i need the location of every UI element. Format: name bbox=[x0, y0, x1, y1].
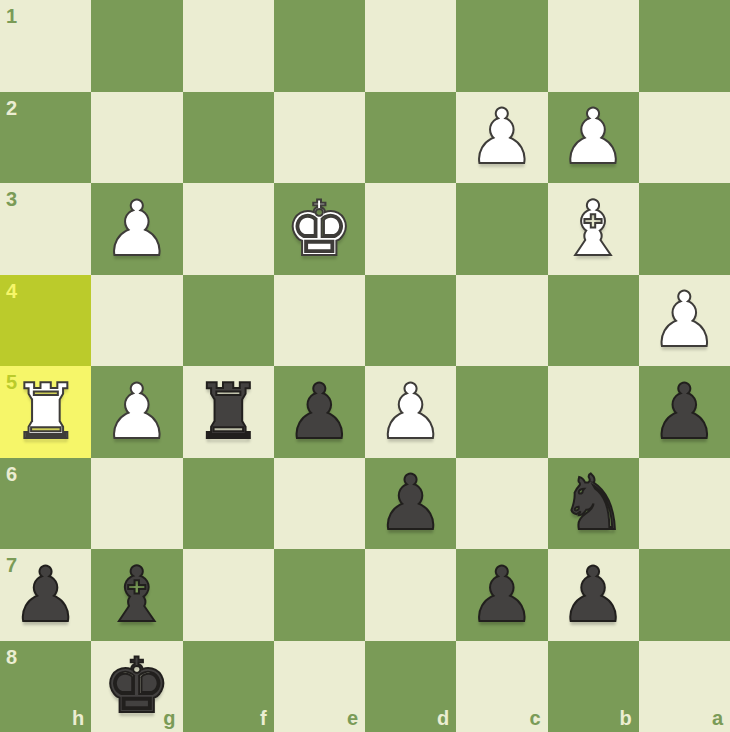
rank-label-8: 8 bbox=[6, 647, 17, 667]
square-c3[interactable] bbox=[456, 183, 547, 275]
square-a8[interactable]: a bbox=[639, 641, 730, 732]
file-label-c: c bbox=[529, 708, 540, 728]
square-d3[interactable] bbox=[365, 183, 456, 275]
piece-white-pawn[interactable]: ♟ bbox=[365, 366, 456, 458]
piece-white-pawn[interactable]: ♟ bbox=[639, 275, 730, 367]
rank-label-2: 2 bbox=[6, 98, 17, 118]
piece-black-bishop[interactable]: ♝ bbox=[91, 549, 182, 641]
square-d7[interactable] bbox=[365, 549, 456, 641]
file-label-h: h bbox=[72, 708, 84, 728]
square-b4[interactable] bbox=[548, 275, 639, 367]
piece-white-king[interactable]: ♚ bbox=[274, 183, 365, 275]
square-g2[interactable] bbox=[91, 92, 182, 184]
square-c1[interactable] bbox=[456, 0, 547, 92]
piece-black-pawn[interactable]: ♟ bbox=[456, 549, 547, 641]
square-c2[interactable]: ♟ bbox=[456, 92, 547, 184]
chess-board: 12♟♟3♟♚♝4♟5♜♟♜♟♟♟6♟♞7♟♝♟♟8hg♚fedcba bbox=[0, 0, 730, 732]
rank-label-6: 6 bbox=[6, 464, 17, 484]
square-d5[interactable]: ♟ bbox=[365, 366, 456, 458]
piece-white-bishop[interactable]: ♝ bbox=[548, 183, 639, 275]
square-h3[interactable]: 3 bbox=[0, 183, 91, 275]
piece-white-pawn[interactable]: ♟ bbox=[91, 183, 182, 275]
piece-black-pawn[interactable]: ♟ bbox=[548, 549, 639, 641]
square-e3[interactable]: ♚ bbox=[274, 183, 365, 275]
square-c7[interactable]: ♟ bbox=[456, 549, 547, 641]
file-label-e: e bbox=[347, 708, 358, 728]
square-f4[interactable] bbox=[183, 275, 274, 367]
square-h4[interactable]: 4 bbox=[0, 275, 91, 367]
square-e6[interactable] bbox=[274, 458, 365, 550]
square-b7[interactable]: ♟ bbox=[548, 549, 639, 641]
square-a1[interactable] bbox=[639, 0, 730, 92]
square-d4[interactable] bbox=[365, 275, 456, 367]
square-h8[interactable]: 8h bbox=[0, 641, 91, 732]
square-f6[interactable] bbox=[183, 458, 274, 550]
piece-white-pawn[interactable]: ♟ bbox=[548, 92, 639, 184]
square-a7[interactable] bbox=[639, 549, 730, 641]
file-label-d: d bbox=[437, 708, 449, 728]
square-d8[interactable]: d bbox=[365, 641, 456, 732]
square-a5[interactable]: ♟ bbox=[639, 366, 730, 458]
square-g4[interactable] bbox=[91, 275, 182, 367]
square-c5[interactable] bbox=[456, 366, 547, 458]
square-f5[interactable]: ♜ bbox=[183, 366, 274, 458]
square-h1[interactable]: 1 bbox=[0, 0, 91, 92]
square-d6[interactable]: ♟ bbox=[365, 458, 456, 550]
square-c8[interactable]: c bbox=[456, 641, 547, 732]
square-b5[interactable] bbox=[548, 366, 639, 458]
rank-label-4: 4 bbox=[6, 281, 17, 301]
square-c6[interactable] bbox=[456, 458, 547, 550]
square-f8[interactable]: f bbox=[183, 641, 274, 732]
square-b6[interactable]: ♞ bbox=[548, 458, 639, 550]
square-b8[interactable]: b bbox=[548, 641, 639, 732]
square-f3[interactable] bbox=[183, 183, 274, 275]
square-e1[interactable] bbox=[274, 0, 365, 92]
piece-black-knight[interactable]: ♞ bbox=[548, 458, 639, 550]
piece-white-pawn[interactable]: ♟ bbox=[456, 92, 547, 184]
square-h5[interactable]: 5♜ bbox=[0, 366, 91, 458]
square-f1[interactable] bbox=[183, 0, 274, 92]
square-g6[interactable] bbox=[91, 458, 182, 550]
piece-black-pawn[interactable]: ♟ bbox=[0, 549, 91, 641]
square-f7[interactable] bbox=[183, 549, 274, 641]
square-b3[interactable]: ♝ bbox=[548, 183, 639, 275]
rank-label-3: 3 bbox=[6, 189, 17, 209]
square-g3[interactable]: ♟ bbox=[91, 183, 182, 275]
square-f2[interactable] bbox=[183, 92, 274, 184]
square-g8[interactable]: g♚ bbox=[91, 641, 182, 732]
square-h6[interactable]: 6 bbox=[0, 458, 91, 550]
piece-black-pawn[interactable]: ♟ bbox=[274, 366, 365, 458]
rank-label-1: 1 bbox=[6, 6, 17, 26]
file-label-b: b bbox=[620, 708, 632, 728]
square-a6[interactable] bbox=[639, 458, 730, 550]
square-e5[interactable]: ♟ bbox=[274, 366, 365, 458]
square-e7[interactable] bbox=[274, 549, 365, 641]
square-b2[interactable]: ♟ bbox=[548, 92, 639, 184]
square-d2[interactable] bbox=[365, 92, 456, 184]
square-h2[interactable]: 2 bbox=[0, 92, 91, 184]
square-e4[interactable] bbox=[274, 275, 365, 367]
square-a3[interactable] bbox=[639, 183, 730, 275]
square-g5[interactable]: ♟ bbox=[91, 366, 182, 458]
square-g1[interactable] bbox=[91, 0, 182, 92]
square-d1[interactable] bbox=[365, 0, 456, 92]
piece-black-king[interactable]: ♚ bbox=[91, 641, 182, 732]
square-e8[interactable]: e bbox=[274, 641, 365, 732]
square-h7[interactable]: 7♟ bbox=[0, 549, 91, 641]
square-c4[interactable] bbox=[456, 275, 547, 367]
file-label-a: a bbox=[712, 708, 723, 728]
square-g7[interactable]: ♝ bbox=[91, 549, 182, 641]
file-label-f: f bbox=[260, 708, 267, 728]
square-a4[interactable]: ♟ bbox=[639, 275, 730, 367]
piece-black-rook[interactable]: ♜ bbox=[183, 366, 274, 458]
square-a2[interactable] bbox=[639, 92, 730, 184]
square-b1[interactable] bbox=[548, 0, 639, 92]
piece-black-pawn[interactable]: ♟ bbox=[639, 366, 730, 458]
piece-white-rook[interactable]: ♜ bbox=[0, 366, 91, 458]
square-e2[interactable] bbox=[274, 92, 365, 184]
piece-white-pawn[interactable]: ♟ bbox=[91, 366, 182, 458]
piece-black-pawn[interactable]: ♟ bbox=[365, 458, 456, 550]
